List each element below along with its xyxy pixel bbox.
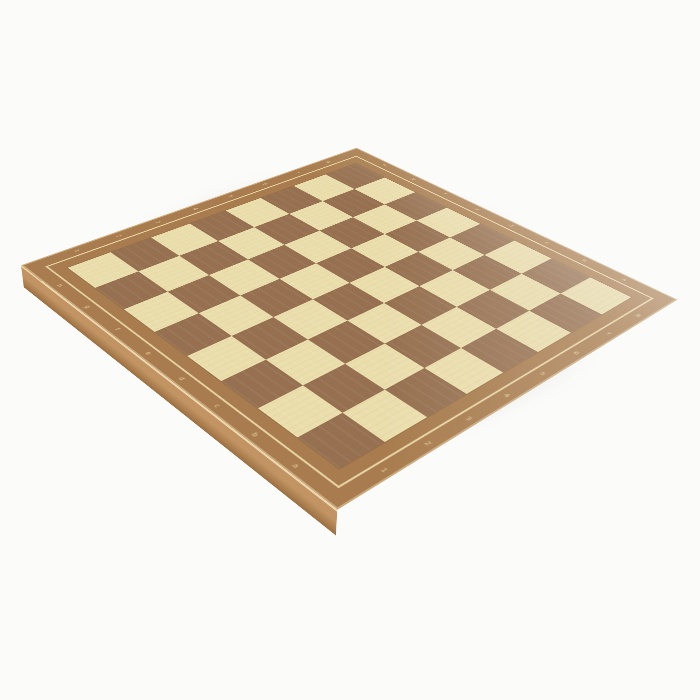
- square-b2: [303, 364, 385, 413]
- square-c3: [308, 321, 385, 364]
- coordinate-label: 3: [443, 404, 493, 435]
- square-a7: [530, 294, 602, 333]
- square-d2: [231, 317, 308, 360]
- square-c2: [266, 340, 345, 386]
- square-c4: [347, 303, 422, 344]
- file-labels-near: hgfedcba: [41, 274, 323, 486]
- playing-field: [68, 163, 631, 468]
- square-a1: [298, 413, 385, 469]
- square-b1: [258, 386, 342, 438]
- square-a4: [424, 348, 503, 394]
- square-c1: [221, 360, 303, 409]
- square-a6: [496, 311, 571, 352]
- square-b6: [457, 290, 529, 329]
- square-g1: [95, 271, 167, 309]
- coordinate-label: 5: [519, 361, 564, 388]
- square-a3: [385, 368, 467, 417]
- coordinate-label: 6: [554, 341, 597, 367]
- coordinate-label: 8: [617, 305, 656, 328]
- square-d1: [187, 336, 266, 381]
- square-c5: [385, 286, 457, 325]
- coordinate-label: 7: [587, 322, 628, 346]
- square-b5: [422, 307, 497, 348]
- board-top: hgfedcba hgfedcba 87654321 87654321: [21, 148, 678, 510]
- square-f1: [124, 292, 199, 332]
- square-b4: [385, 325, 462, 368]
- square-a2: [343, 390, 427, 442]
- square-a5: [461, 329, 538, 373]
- photo-background: hgfedcba hgfedcba 87654321 87654321: [0, 0, 700, 700]
- coordinate-label: 1: [356, 453, 412, 488]
- square-e1: [154, 313, 231, 356]
- coordinate-label: 2: [401, 428, 454, 461]
- square-f2: [167, 275, 239, 313]
- board-lean-wrapper: hgfedcba hgfedcba 87654321 87654321: [0, 0, 700, 700]
- coordinate-label: 4: [482, 382, 530, 411]
- product-photo-scene: hgfedcba hgfedcba 87654321 87654321: [0, 0, 700, 700]
- square-e3: [240, 279, 312, 317]
- square-e2: [198, 295, 273, 335]
- chessboard: hgfedcba hgfedcba 87654321 87654321: [21, 148, 678, 510]
- square-d4: [312, 282, 384, 320]
- rank-labels-right: 87654321: [356, 305, 657, 489]
- square-d3: [273, 299, 348, 340]
- square-b3: [345, 344, 424, 390]
